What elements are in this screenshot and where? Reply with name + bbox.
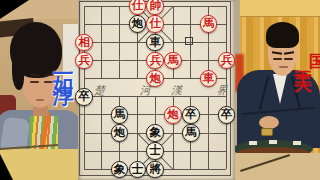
left-player-video: 如一淳	[0, 0, 78, 180]
boy-mouth	[36, 99, 44, 101]
piece-red-horse[interactable]: 馬	[200, 15, 218, 33]
piece-red-elephant[interactable]: 相	[75, 34, 93, 52]
piece-red-soldier[interactable]: 兵	[75, 52, 93, 70]
boy-sideburn	[12, 60, 24, 90]
right-wall-band	[235, 0, 320, 17]
man-eye	[273, 58, 282, 60]
piece-black-advisor[interactable]: 士	[146, 142, 164, 160]
pieces-layer: 仕帥炮仕馬相車兵兵馬兵炮車卒馬炮卒卒炮象馬士象士將	[78, 0, 235, 180]
piece-black-horse[interactable]: 馬	[182, 124, 200, 142]
clipped-title-character: 国	[309, 50, 320, 70]
piece-black-soldier[interactable]: 卒	[75, 88, 93, 106]
piece-black-horse[interactable]: 馬	[111, 106, 129, 124]
table-item	[293, 141, 301, 145]
piece-red-advisor[interactable]: 仕	[146, 15, 164, 33]
piece-black-soldier[interactable]: 卒	[218, 106, 236, 124]
piece-red-king[interactable]: 帥	[146, 0, 164, 15]
man-mouth	[279, 66, 288, 68]
piece-red-chariot[interactable]: 車	[200, 70, 218, 88]
video-thumbnail: 如一淳 王天一 国 楚 河 漢 界 仕帥炮仕馬相車兵兵馬兵炮	[0, 0, 320, 180]
piece-black-cannon[interactable]: 炮	[129, 15, 147, 33]
piece-black-elephant[interactable]: 象	[146, 124, 164, 142]
left-table	[0, 149, 78, 180]
man-watch	[261, 128, 273, 136]
piece-red-cannon[interactable]: 炮	[164, 106, 182, 124]
piece-black-chariot[interactable]: 車	[146, 34, 164, 52]
piece-red-advisor[interactable]: 仕	[129, 0, 147, 15]
piece-red-soldier[interactable]: 兵	[146, 52, 164, 70]
piece-red-cannon[interactable]: 炮	[146, 70, 164, 88]
piece-black-cannon[interactable]: 炮	[111, 124, 129, 142]
piece-red-horse[interactable]: 馬	[164, 52, 182, 70]
left-player-name-overlay: 如一淳	[50, 58, 76, 148]
table-item	[269, 140, 277, 144]
boy-eye	[30, 81, 39, 83]
piece-red-soldier[interactable]: 兵	[218, 52, 236, 70]
man-hair	[266, 22, 299, 48]
piece-black-king[interactable]: 將	[146, 161, 164, 179]
piece-black-advisor[interactable]: 士	[129, 161, 147, 179]
table-item	[249, 141, 257, 145]
piece-black-soldier[interactable]: 卒	[182, 106, 200, 124]
xiangqi-board[interactable]: 楚 河 漢 界 仕帥炮仕馬相車兵兵馬兵炮車卒馬炮卒卒炮象馬士象士將	[78, 0, 235, 180]
piece-black-elephant[interactable]: 象	[111, 161, 129, 179]
right-player-video: 王天一 国	[235, 0, 320, 180]
